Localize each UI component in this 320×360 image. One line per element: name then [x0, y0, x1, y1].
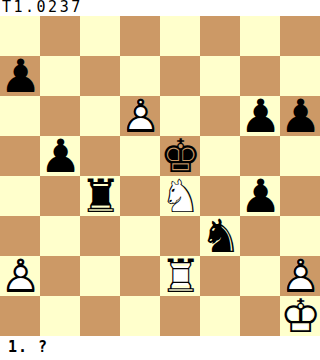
- square-f2[interactable]: [200, 256, 240, 296]
- square-h4[interactable]: [280, 176, 320, 216]
- square-h1[interactable]: ♚♔: [280, 296, 320, 336]
- white-king: ♚♔: [280, 296, 320, 336]
- square-e4[interactable]: ♞♘: [160, 176, 200, 216]
- black-pawn: ♟: [280, 96, 320, 136]
- square-c3[interactable]: [80, 216, 120, 256]
- square-a4[interactable]: [0, 176, 40, 216]
- white-pawn: ♟♙: [120, 96, 160, 136]
- square-d4[interactable]: [120, 176, 160, 216]
- square-a1[interactable]: [0, 296, 40, 336]
- square-f5[interactable]: [200, 136, 240, 176]
- square-c6[interactable]: [80, 96, 120, 136]
- square-g4[interactable]: ♟: [240, 176, 280, 216]
- square-f1[interactable]: [200, 296, 240, 336]
- square-b3[interactable]: [40, 216, 80, 256]
- square-h6[interactable]: ♟: [280, 96, 320, 136]
- square-a5[interactable]: [0, 136, 40, 176]
- white-rook: ♜♖: [160, 256, 200, 296]
- square-g6[interactable]: ♟: [240, 96, 280, 136]
- square-f7[interactable]: [200, 56, 240, 96]
- white-pawn: ♟♙: [0, 256, 40, 296]
- square-b7[interactable]: [40, 56, 80, 96]
- black-pawn: ♟: [240, 176, 280, 216]
- square-c1[interactable]: [80, 296, 120, 336]
- square-g2[interactable]: [240, 256, 280, 296]
- square-e7[interactable]: [160, 56, 200, 96]
- square-e1[interactable]: [160, 296, 200, 336]
- square-f6[interactable]: [200, 96, 240, 136]
- square-f8[interactable]: [200, 16, 240, 56]
- black-rook: ♜: [80, 176, 120, 216]
- square-a7[interactable]: ♟: [0, 56, 40, 96]
- square-c8[interactable]: [80, 16, 120, 56]
- square-d2[interactable]: [120, 256, 160, 296]
- square-b8[interactable]: [40, 16, 80, 56]
- square-b2[interactable]: [40, 256, 80, 296]
- square-a6[interactable]: [0, 96, 40, 136]
- board: ♟♟♙♟♟♟♚♜♞♘♟♞♟♙♜♖♟♙♚♔: [0, 16, 320, 336]
- square-d5[interactable]: [120, 136, 160, 176]
- square-d3[interactable]: [120, 216, 160, 256]
- white-knight: ♞♘: [160, 176, 200, 216]
- square-e2[interactable]: ♜♖: [160, 256, 200, 296]
- square-f3[interactable]: ♞: [200, 216, 240, 256]
- black-knight: ♞: [200, 216, 240, 256]
- square-g8[interactable]: [240, 16, 280, 56]
- square-b1[interactable]: [40, 296, 80, 336]
- square-c2[interactable]: [80, 256, 120, 296]
- square-g3[interactable]: [240, 216, 280, 256]
- square-e8[interactable]: [160, 16, 200, 56]
- puzzle-title: T1.0237: [0, 0, 320, 16]
- square-d1[interactable]: [120, 296, 160, 336]
- square-d8[interactable]: [120, 16, 160, 56]
- square-b5[interactable]: ♟: [40, 136, 80, 176]
- square-b4[interactable]: [40, 176, 80, 216]
- square-c7[interactable]: [80, 56, 120, 96]
- square-c4[interactable]: ♜: [80, 176, 120, 216]
- square-h8[interactable]: [280, 16, 320, 56]
- black-pawn: ♟: [0, 56, 40, 96]
- square-a2[interactable]: ♟♙: [0, 256, 40, 296]
- black-pawn: ♟: [240, 96, 280, 136]
- move-prompt: 1. ?: [0, 336, 320, 360]
- black-pawn: ♟: [40, 136, 80, 176]
- square-h5[interactable]: [280, 136, 320, 176]
- square-g1[interactable]: [240, 296, 280, 336]
- square-d6[interactable]: ♟♙: [120, 96, 160, 136]
